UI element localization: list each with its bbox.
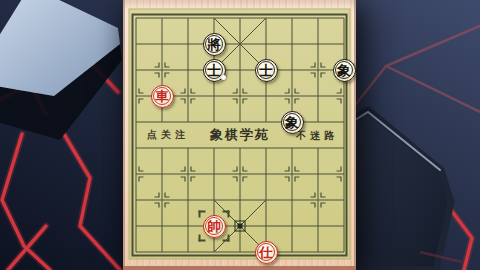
piece-glint xyxy=(221,75,226,80)
xiangqi-board[interactable]: 点关注 象棋学苑 不迷路 將士士象象車帥仕 xyxy=(123,0,356,270)
piece-label: 帥 xyxy=(207,220,221,234)
board-point-b3: 車 xyxy=(149,83,175,109)
piece-label: 仕 xyxy=(259,246,273,260)
xiangqi-app-screen: 点关注 象棋学苑 不迷路 將士士象象車帥仕 xyxy=(0,0,480,270)
piece-label: 象 xyxy=(337,64,351,78)
piece-label: 士 xyxy=(207,64,221,78)
piece-black-advisor[interactable]: 士 xyxy=(255,59,278,82)
piece-black-elephant[interactable]: 象 xyxy=(333,59,356,82)
piece-black-general[interactable]: 將 xyxy=(203,33,226,56)
piece-label: 象 xyxy=(285,116,299,130)
piece-red-general[interactable]: 帥 xyxy=(203,215,226,238)
board-point-d8: 帥 xyxy=(201,213,227,239)
board-point-e8 xyxy=(227,213,253,239)
piece-grid: 將士士象象車帥仕 xyxy=(123,5,357,265)
piece-label: 將 xyxy=(207,38,221,52)
piece-label: 車 xyxy=(155,90,169,104)
piece-red-advisor[interactable]: 仕 xyxy=(255,241,278,264)
board-point-i2: 象 xyxy=(331,57,357,83)
move-origin-marker xyxy=(235,221,246,232)
board-point-g4: 象 xyxy=(279,109,305,135)
board-point-f9: 仕 xyxy=(253,239,279,265)
piece-black-elephant[interactable]: 象 xyxy=(281,111,304,134)
board-point-f2: 士 xyxy=(253,57,279,83)
piece-red-chariot[interactable]: 車 xyxy=(151,85,174,108)
board-point-d1: 將 xyxy=(201,31,227,57)
piece-label: 士 xyxy=(259,64,273,78)
